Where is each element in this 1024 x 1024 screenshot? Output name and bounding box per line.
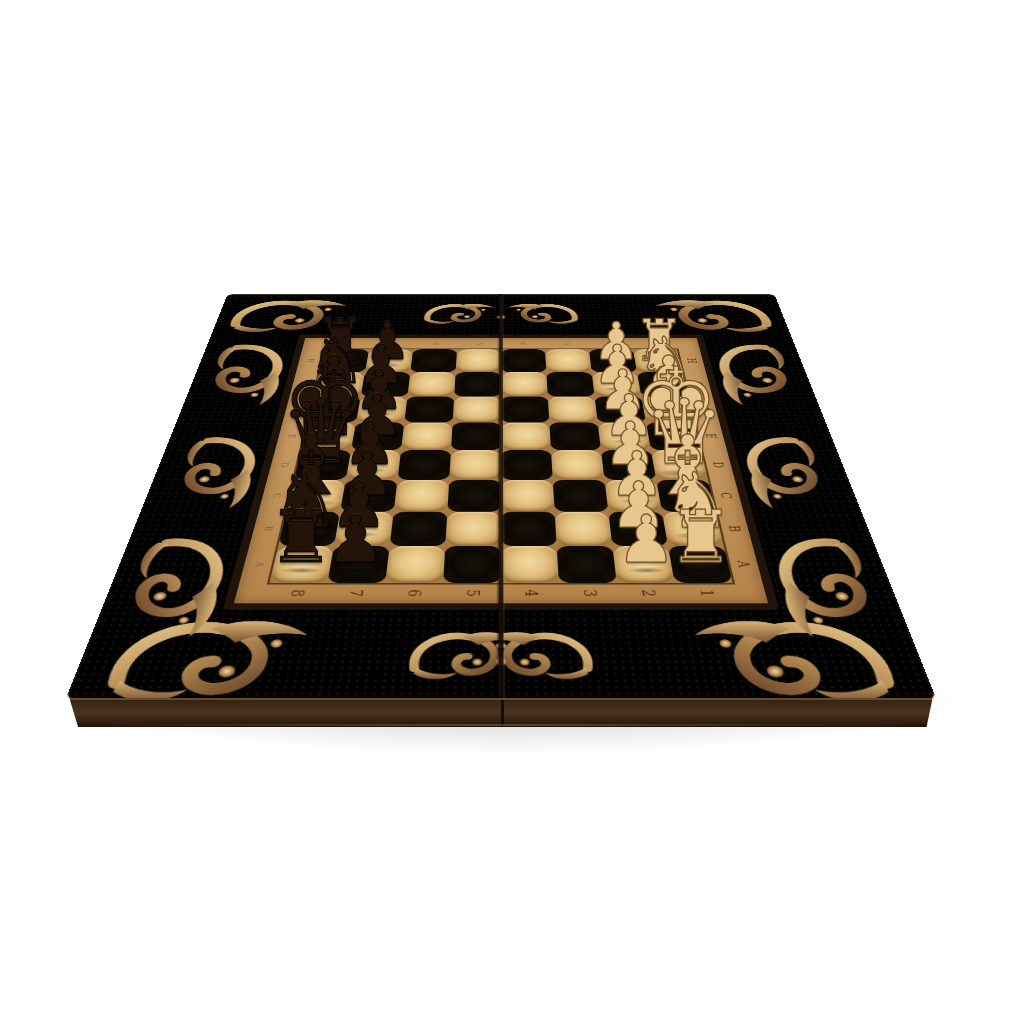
square-e6: [401, 422, 453, 450]
square-c7: [340, 480, 397, 512]
rank-label-near-5: 5: [463, 589, 481, 596]
square-e2: [598, 422, 651, 450]
square-g2: [592, 372, 642, 396]
rank-label-far-8: 8: [344, 342, 353, 345]
square-a6: [385, 546, 445, 583]
photo-stage: 8877665544332211AABBCCDDEEFFGGHH ♜♟♟♜♞♟♟…: [0, 0, 1024, 1024]
file-label-left-A: A: [253, 561, 266, 566]
square-h5: [456, 349, 501, 372]
square-g4: [501, 372, 548, 396]
rank-label-near-7: 7: [345, 589, 364, 596]
file-label-left-F: F: [293, 408, 303, 412]
square-f5: [453, 397, 501, 423]
chess-board: 8877665544332211AABBCCDDEEFFGGHH: [66, 294, 937, 699]
square-c1: [656, 480, 715, 512]
square-g1: [637, 372, 688, 396]
square-h4: [501, 349, 546, 372]
file-label-right-B: B: [726, 525, 742, 532]
rank-label-near-8: 8: [287, 589, 306, 596]
square-g7: [361, 372, 411, 396]
rank-label-near-6: 6: [404, 589, 422, 596]
square-c8: [286, 480, 345, 512]
square-d4: [501, 450, 553, 480]
square-a2: [612, 546, 674, 583]
square-b5: [445, 512, 501, 546]
square-g6: [407, 372, 455, 396]
file-label-right-E: E: [703, 434, 717, 439]
rank-label-far-2: 2: [606, 342, 615, 345]
square-h6: [410, 349, 457, 372]
square-c2: [604, 480, 661, 512]
square-b8: [278, 512, 340, 546]
square-e7: [351, 422, 404, 450]
square-c6: [394, 480, 450, 512]
square-a4: [501, 546, 559, 583]
square-e1: [646, 422, 701, 450]
square-b1: [662, 512, 724, 546]
square-g3: [546, 372, 594, 396]
rank-label-far-1: 1: [649, 342, 658, 345]
square-e4: [501, 422, 551, 450]
square-b4: [501, 512, 557, 546]
rank-label-far-7: 7: [387, 342, 396, 345]
square-d3: [551, 450, 605, 480]
square-h2: [589, 349, 637, 372]
square-h8: [320, 349, 369, 372]
rank-label-far-3: 3: [562, 342, 571, 345]
square-c3: [553, 480, 609, 512]
file-label-right-D: D: [710, 462, 725, 468]
square-f8: [308, 397, 361, 423]
square-a1: [668, 546, 732, 583]
square-e3: [549, 422, 601, 450]
file-label-left-E: E: [286, 434, 297, 438]
rank-label-far-4: 4: [518, 342, 527, 345]
square-a7: [327, 546, 389, 583]
file-label-left-D: D: [279, 462, 290, 467]
square-b6: [390, 512, 448, 546]
square-a5: [443, 546, 501, 583]
square-e5: [451, 422, 501, 450]
file-label-left-H: H: [306, 359, 316, 363]
rank-label-near-4: 4: [521, 589, 539, 596]
file-label-right-A: A: [735, 561, 752, 568]
square-a8: [269, 546, 333, 583]
square-d1: [651, 450, 708, 480]
file-label-right-H: H: [685, 358, 698, 363]
file-label-right-F: F: [697, 407, 711, 412]
file-label-left-C: C: [271, 493, 283, 498]
square-g8: [314, 372, 365, 396]
square-d6: [398, 450, 452, 480]
rank-label-far-5: 5: [475, 342, 484, 345]
square-e8: [301, 422, 356, 450]
square-f7: [356, 397, 407, 423]
rank-label-near-3: 3: [580, 589, 598, 596]
board-front-edge: [65, 698, 937, 727]
rank-label-near-2: 2: [638, 589, 657, 596]
square-d7: [346, 450, 401, 480]
square-h3: [545, 349, 592, 372]
square-f1: [641, 397, 694, 423]
square-f4: [501, 397, 549, 423]
square-h7: [365, 349, 413, 372]
square-c5: [447, 480, 501, 512]
file-label-left-G: G: [300, 382, 310, 386]
rank-label-far-6: 6: [431, 342, 440, 345]
file-label-left-B: B: [262, 526, 274, 531]
square-d5: [449, 450, 501, 480]
square-f3: [548, 397, 598, 423]
square-d8: [294, 450, 351, 480]
square-a3: [557, 546, 617, 583]
file-label-right-G: G: [691, 382, 704, 387]
square-c4: [501, 480, 555, 512]
square-f2: [595, 397, 646, 423]
square-g5: [454, 372, 501, 396]
square-b3: [555, 512, 613, 546]
square-b7: [334, 512, 394, 546]
square-d2: [601, 450, 656, 480]
square-f6: [404, 397, 454, 423]
square-b2: [608, 512, 668, 546]
rank-label-near-1: 1: [696, 589, 715, 596]
file-label-right-C: C: [718, 492, 733, 498]
square-h1: [633, 349, 682, 372]
